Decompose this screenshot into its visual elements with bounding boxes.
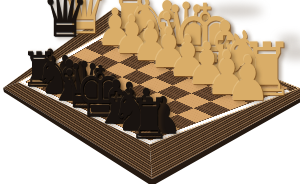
chess-set-product-photo: ♜♞♝♛♚♝♞♜♟♟♟♟♟♟♟♟♟♟♟♟♟♟♟♟♜♞♝♛♚♝♞♜♛♛: [0, 0, 300, 184]
